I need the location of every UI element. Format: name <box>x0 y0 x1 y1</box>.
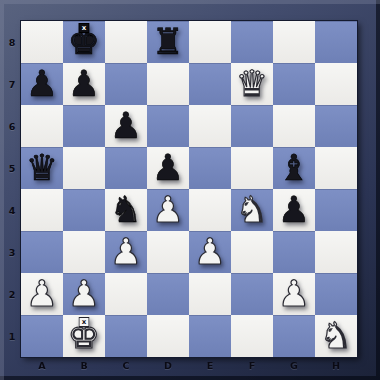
square-g1[interactable] <box>273 315 315 357</box>
white-king-cross-marker-icon: x <box>79 317 90 327</box>
square-g2[interactable]: ♟ <box>273 273 315 315</box>
square-a8[interactable] <box>21 21 63 63</box>
square-c6[interactable]: ♟ <box>105 105 147 147</box>
piece-black-pawn[interactable]: ♟ <box>105 105 147 147</box>
square-e1[interactable] <box>189 315 231 357</box>
square-e4[interactable] <box>189 189 231 231</box>
square-d2[interactable] <box>147 273 189 315</box>
rank-label-4: 4 <box>9 205 16 216</box>
piece-black-king[interactable]: ♚x <box>63 21 105 63</box>
piece-black-bishop[interactable]: ♝ <box>273 147 315 189</box>
square-h2[interactable] <box>315 273 357 315</box>
piece-black-pawn[interactable]: ♟ <box>63 63 105 105</box>
rank-label-7: 7 <box>9 79 16 90</box>
file-labels: ABCDEFGH <box>21 357 357 374</box>
black-king-cross-marker-icon: x <box>79 23 90 33</box>
square-d8[interactable]: ♜ <box>147 21 189 63</box>
square-a6[interactable] <box>21 105 63 147</box>
square-g6[interactable] <box>273 105 315 147</box>
rank-label-3: 3 <box>9 247 16 258</box>
square-e6[interactable] <box>189 105 231 147</box>
square-b8[interactable]: ♚x <box>63 21 105 63</box>
file-label-d: D <box>164 360 172 371</box>
square-g4[interactable]: ♟ <box>273 189 315 231</box>
square-d5[interactable]: ♟ <box>147 147 189 189</box>
square-b2[interactable]: ♟ <box>63 273 105 315</box>
square-c7[interactable] <box>105 63 147 105</box>
file-label-c: C <box>123 360 130 371</box>
piece-black-rook[interactable]: ♜ <box>147 21 189 63</box>
piece-black-queen[interactable]: ♛ <box>21 147 63 189</box>
piece-white-knight[interactable]: ♞ <box>315 315 357 357</box>
square-c8[interactable] <box>105 21 147 63</box>
rank-label-8: 8 <box>9 37 16 48</box>
square-a4[interactable] <box>21 189 63 231</box>
square-e2[interactable] <box>189 273 231 315</box>
square-a2[interactable]: ♟ <box>21 273 63 315</box>
square-e5[interactable] <box>189 147 231 189</box>
square-b7[interactable]: ♟ <box>63 63 105 105</box>
square-h8[interactable] <box>315 21 357 63</box>
file-label-e: E <box>207 360 214 371</box>
square-h6[interactable] <box>315 105 357 147</box>
rank-labels: 87654321 <box>4 21 20 357</box>
piece-white-king[interactable]: ♚x <box>63 315 105 357</box>
square-f1[interactable] <box>231 315 273 357</box>
square-b5[interactable] <box>63 147 105 189</box>
square-a3[interactable] <box>21 231 63 273</box>
square-c1[interactable] <box>105 315 147 357</box>
square-d1[interactable] <box>147 315 189 357</box>
piece-white-knight[interactable]: ♞ <box>231 189 273 231</box>
piece-black-pawn[interactable]: ♟ <box>21 63 63 105</box>
rank-label-6: 6 <box>9 121 16 132</box>
square-b4[interactable] <box>63 189 105 231</box>
square-g7[interactable] <box>273 63 315 105</box>
file-label-h: H <box>332 360 340 371</box>
square-a1[interactable] <box>21 315 63 357</box>
square-f2[interactable] <box>231 273 273 315</box>
rank-label-2: 2 <box>9 289 16 300</box>
file-label-g: G <box>290 360 298 371</box>
square-f6[interactable] <box>231 105 273 147</box>
square-h7[interactable] <box>315 63 357 105</box>
file-label-f: F <box>249 360 256 371</box>
piece-white-pawn[interactable]: ♟ <box>63 273 105 315</box>
rank-label-5: 5 <box>9 163 16 174</box>
piece-white-pawn[interactable]: ♟ <box>147 189 189 231</box>
square-c2[interactable] <box>105 273 147 315</box>
piece-black-knight[interactable]: ♞ <box>105 189 147 231</box>
square-h4[interactable] <box>315 189 357 231</box>
square-b3[interactable] <box>63 231 105 273</box>
square-c3[interactable]: ♟ <box>105 231 147 273</box>
square-d6[interactable] <box>147 105 189 147</box>
square-b1[interactable]: ♚x <box>63 315 105 357</box>
square-h3[interactable] <box>315 231 357 273</box>
square-f7[interactable]: ♛ <box>231 63 273 105</box>
piece-white-queen[interactable]: ♛ <box>231 63 273 105</box>
square-f4[interactable]: ♞ <box>231 189 273 231</box>
square-f3[interactable] <box>231 231 273 273</box>
rank-label-1: 1 <box>9 331 16 342</box>
chess-diagram: 87654321 ♚x♜♟♟♛♟♛♟♝♞♟♞♟♟♟♟♟♟♚x♞ ABCDEFGH <box>0 0 380 380</box>
square-e8[interactable] <box>189 21 231 63</box>
piece-white-pawn[interactable]: ♟ <box>105 231 147 273</box>
square-g3[interactable] <box>273 231 315 273</box>
square-e7[interactable] <box>189 63 231 105</box>
square-h5[interactable] <box>315 147 357 189</box>
square-a7[interactable]: ♟ <box>21 63 63 105</box>
square-h1[interactable]: ♞ <box>315 315 357 357</box>
piece-white-pawn[interactable]: ♟ <box>189 231 231 273</box>
square-a5[interactable]: ♛ <box>21 147 63 189</box>
piece-white-pawn[interactable]: ♟ <box>21 273 63 315</box>
square-d3[interactable] <box>147 231 189 273</box>
square-d4[interactable]: ♟ <box>147 189 189 231</box>
file-label-b: B <box>80 360 87 371</box>
square-f8[interactable] <box>231 21 273 63</box>
square-g8[interactable] <box>273 21 315 63</box>
square-g5[interactable]: ♝ <box>273 147 315 189</box>
square-e3[interactable]: ♟ <box>189 231 231 273</box>
piece-black-pawn[interactable]: ♟ <box>273 189 315 231</box>
square-f5[interactable] <box>231 147 273 189</box>
square-c4[interactable]: ♞ <box>105 189 147 231</box>
chess-board: ♚x♜♟♟♛♟♛♟♝♞♟♞♟♟♟♟♟♟♚x♞ <box>21 21 357 357</box>
piece-white-pawn[interactable]: ♟ <box>273 273 315 315</box>
square-c5[interactable] <box>105 147 147 189</box>
piece-black-pawn[interactable]: ♟ <box>147 147 189 189</box>
square-d7[interactable] <box>147 63 189 105</box>
square-b6[interactable] <box>63 105 105 147</box>
file-label-a: A <box>38 360 45 371</box>
